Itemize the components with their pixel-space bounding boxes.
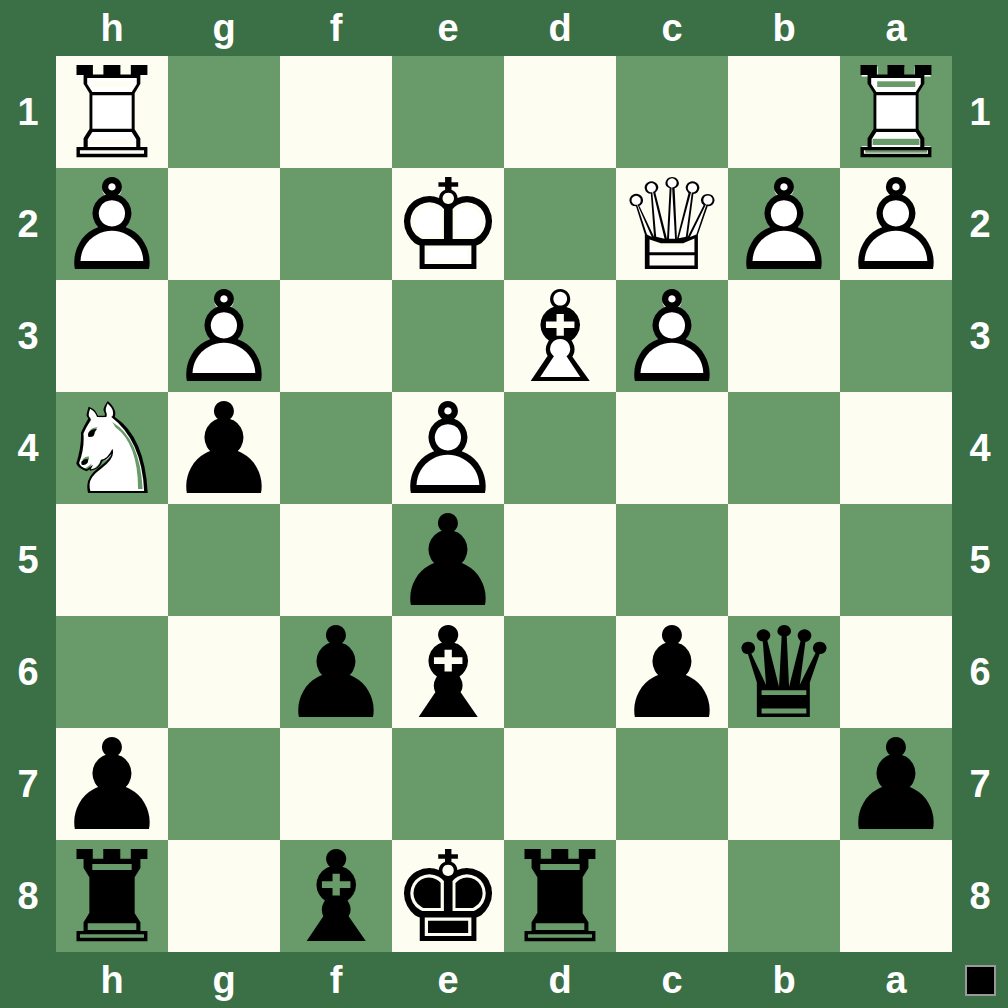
piece-white-pawn-a2: ♟♙ [840,168,952,280]
piece-white-pawn-c3: ♟♙ [616,280,728,392]
piece-black-pawn-a7: ♟ [840,728,952,840]
white-king-icon: ♔ [392,170,504,282]
file-label-bottom-b: b [728,952,840,1008]
square-a5[interactable] [840,504,952,616]
black-queen-icon: ♛ [728,618,840,730]
rank-label-left-8: 8 [0,840,56,952]
white-pawn-icon: ♙ [56,170,168,282]
piece-white-pawn-b2: ♟♙ [728,168,840,280]
square-g6[interactable] [168,616,280,728]
square-g7[interactable] [168,728,280,840]
file-label-top-e: e [392,0,504,56]
border-corner-bottom-right [952,952,1008,1008]
rank-label-left-3: 3 [0,280,56,392]
rank-label-left-6: 6 [0,616,56,728]
square-f2[interactable] [280,168,392,280]
square-g8[interactable] [168,840,280,952]
square-c8[interactable] [616,840,728,952]
file-label-bottom-c: c [616,952,728,1008]
rank-label-right-1: 1 [952,56,1008,168]
rank-label-left-5: 5 [0,504,56,616]
piece-black-rook-d8: ♜ [504,840,616,952]
square-a7[interactable]: ♟ [840,728,952,840]
black-pawn-icon: ♟ [840,730,952,842]
square-a3[interactable] [840,280,952,392]
square-d5[interactable] [504,504,616,616]
square-f3[interactable] [280,280,392,392]
square-c7[interactable] [616,728,728,840]
square-c3[interactable]: ♟♙ [616,280,728,392]
square-d4[interactable] [504,392,616,504]
square-d3[interactable]: ♝♗ [504,280,616,392]
square-f1[interactable] [280,56,392,168]
square-d8[interactable]: ♜ [504,840,616,952]
square-f8[interactable]: ♝ [280,840,392,952]
white-pawn-icon: ♙ [840,170,952,282]
square-b4[interactable] [728,392,840,504]
square-b8[interactable] [728,840,840,952]
white-bishop-icon: ♗ [504,282,616,394]
square-a8[interactable] [840,840,952,952]
piece-black-pawn-f6: ♟ [280,616,392,728]
piece-white-pawn-h2: ♟♙ [56,168,168,280]
square-h8[interactable]: ♜ [56,840,168,952]
square-d1[interactable] [504,56,616,168]
square-a4[interactable] [840,392,952,504]
square-h4[interactable]: ♞♘ [56,392,168,504]
file-label-bottom-g: g [168,952,280,1008]
square-f4[interactable] [280,392,392,504]
chess-board: hhggffeeddccbbaa1122334455667788♜♖♜♖♟♙♚♔… [0,0,1008,1008]
square-a2[interactable]: ♟♙ [840,168,952,280]
file-label-bottom-a: a [840,952,952,1008]
square-b7[interactable] [728,728,840,840]
square-c4[interactable] [616,392,728,504]
white-knight-icon: ♘ [56,394,168,506]
square-b2[interactable]: ♟♙ [728,168,840,280]
rank-label-right-6: 6 [952,616,1008,728]
square-f6[interactable]: ♟ [280,616,392,728]
piece-black-pawn-c6: ♟ [616,616,728,728]
rank-label-right-3: 3 [952,280,1008,392]
piece-black-queen-b6: ♛ [728,616,840,728]
piece-black-bishop-f8: ♝ [280,840,392,952]
black-king-icon: ♚ [392,842,504,954]
square-h2[interactable]: ♟♙ [56,168,168,280]
black-bishop-icon: ♝ [280,842,392,954]
square-c6[interactable]: ♟ [616,616,728,728]
rank-label-right-8: 8 [952,840,1008,952]
rank-label-left-4: 4 [0,392,56,504]
file-label-top-d: d [504,0,616,56]
black-rook-icon: ♜ [504,842,616,954]
piece-black-king-e8: ♚ [392,840,504,952]
piece-white-bishop-d3: ♝♗ [504,280,616,392]
piece-white-king-e2: ♚♔ [392,168,504,280]
piece-black-rook-h8: ♜ [56,840,168,952]
rank-label-left-2: 2 [0,168,56,280]
square-g1[interactable] [168,56,280,168]
black-to-move-indicator [965,965,996,996]
white-pawn-icon: ♙ [728,170,840,282]
black-pawn-icon: ♟ [616,618,728,730]
square-g5[interactable] [168,504,280,616]
white-pawn-icon: ♙ [616,282,728,394]
rank-label-right-5: 5 [952,504,1008,616]
file-label-top-g: g [168,0,280,56]
square-e8[interactable]: ♚ [392,840,504,952]
square-b6[interactable]: ♛ [728,616,840,728]
square-g4[interactable]: ♟ [168,392,280,504]
rank-label-right-4: 4 [952,392,1008,504]
black-pawn-icon: ♟ [280,618,392,730]
black-rook-icon: ♜ [56,842,168,954]
square-d6[interactable] [504,616,616,728]
square-h5[interactable] [56,504,168,616]
file-label-top-b: b [728,0,840,56]
rank-label-left-1: 1 [0,56,56,168]
square-e6[interactable]: ♝ [392,616,504,728]
piece-black-pawn-g4: ♟ [168,392,280,504]
piece-white-knight-h4: ♞♘ [56,392,168,504]
rank-label-right-7: 7 [952,728,1008,840]
square-e2[interactable]: ♚♔ [392,168,504,280]
rank-label-right-2: 2 [952,168,1008,280]
rank-label-left-7: 7 [0,728,56,840]
black-pawn-icon: ♟ [168,394,280,506]
black-bishop-icon: ♝ [392,618,504,730]
piece-black-bishop-e6: ♝ [392,616,504,728]
file-label-top-f: f [280,0,392,56]
file-label-top-c: c [616,0,728,56]
square-b3[interactable] [728,280,840,392]
